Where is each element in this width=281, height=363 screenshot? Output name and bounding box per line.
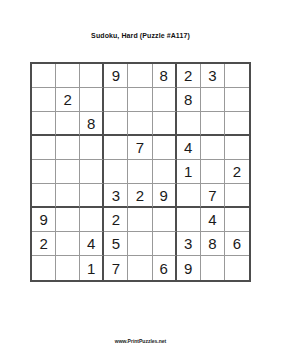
cell-r3c8 [201,112,225,136]
cell-r4c9 [225,136,249,160]
cell-r5c2 [56,160,80,184]
cell-r2c3 [80,88,104,112]
cell-r6c6: 9 [153,184,177,208]
cell-r5c1 [32,160,56,184]
cell-r6c7 [177,184,201,208]
cell-r7c3 [80,208,104,232]
cell-r1c3 [80,64,104,88]
cell-r9c2 [56,256,80,280]
cell-r4c3 [80,136,104,160]
cell-r9c1 [32,256,56,280]
cell-r1c5 [128,64,152,88]
cell-r4c5: 7 [128,136,152,160]
cell-r6c8: 7 [201,184,225,208]
cell-r6c2 [56,184,80,208]
cell-r1c6: 8 [153,64,177,88]
cell-r9c4: 7 [104,256,128,280]
cell-r1c8: 3 [201,64,225,88]
cell-r8c1: 2 [32,232,56,256]
cell-r5c8 [201,160,225,184]
cell-r4c2 [56,136,80,160]
cell-r4c1 [32,136,56,160]
cell-r2c2: 2 [56,88,80,112]
cell-r3c1 [32,112,56,136]
cell-r9c7: 9 [177,256,201,280]
cell-r6c4: 3 [104,184,128,208]
cell-r8c9: 6 [225,232,249,256]
cell-r1c9 [225,64,249,88]
cell-r2c1 [32,88,56,112]
cell-r6c1 [32,184,56,208]
cell-r4c4 [104,136,128,160]
cell-r9c9 [225,256,249,280]
cell-r5c5 [128,160,152,184]
cell-r7c5 [128,208,152,232]
cell-r7c7 [177,208,201,232]
cell-r3c4 [104,112,128,136]
cell-r5c9: 2 [225,160,249,184]
cell-r2c4 [104,88,128,112]
cell-r2c6 [153,88,177,112]
footer-url: www.PrintPuzzles.net [0,338,281,344]
cell-r5c6 [153,160,177,184]
cell-r3c6 [153,112,177,136]
cell-r2c8 [201,88,225,112]
cell-r7c6 [153,208,177,232]
cell-r8c3: 4 [80,232,104,256]
cell-r5c7: 1 [177,160,201,184]
cell-r9c5 [128,256,152,280]
cell-r7c4: 2 [104,208,128,232]
cell-r2c7: 8 [177,88,201,112]
cell-r6c9 [225,184,249,208]
cell-r9c8 [201,256,225,280]
page-title: Sudoku, Hard (Puzzle #A117) [0,32,281,39]
cell-r8c5 [128,232,152,256]
cell-r2c9 [225,88,249,112]
cell-r9c3: 1 [80,256,104,280]
cell-r1c7: 2 [177,64,201,88]
cell-r6c5: 2 [128,184,152,208]
cell-r3c3: 8 [80,112,104,136]
cell-r5c4 [104,160,128,184]
cell-r5c3 [80,160,104,184]
cell-r9c6: 6 [153,256,177,280]
cell-r2c5 [128,88,152,112]
cell-r4c6 [153,136,177,160]
cell-r6c3 [80,184,104,208]
cell-r1c2 [56,64,80,88]
cell-r7c8: 4 [201,208,225,232]
cell-r1c4: 9 [104,64,128,88]
cell-r7c2 [56,208,80,232]
cell-r8c8: 8 [201,232,225,256]
cell-r8c4: 5 [104,232,128,256]
sudoku-grid: 9823288741232979242453861769 [30,62,251,282]
cell-r8c6 [153,232,177,256]
cell-r3c9 [225,112,249,136]
cell-r8c2 [56,232,80,256]
cell-r8c7: 3 [177,232,201,256]
cell-r4c7: 4 [177,136,201,160]
cell-r7c9 [225,208,249,232]
cell-r3c5 [128,112,152,136]
cell-r3c7 [177,112,201,136]
cell-r1c1 [32,64,56,88]
cell-r7c1: 9 [32,208,56,232]
cell-r4c8 [201,136,225,160]
cell-r3c2 [56,112,80,136]
